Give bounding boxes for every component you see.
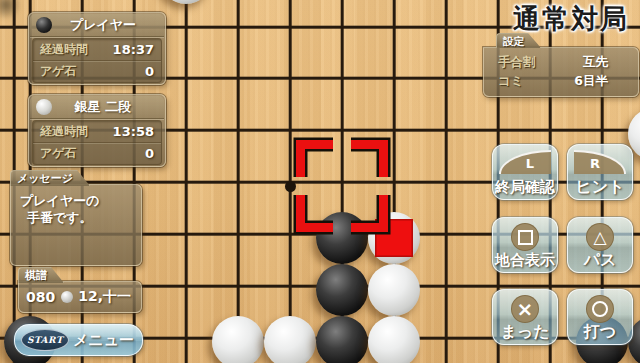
- komi-value: 6目半: [560, 73, 630, 90]
- menu-button-label: メニュー: [69, 331, 142, 350]
- go-stone-white: [368, 316, 420, 363]
- end-game-confirm-label: 終局確認: [495, 179, 555, 195]
- square-button-icon: [511, 223, 539, 251]
- player-panel-white: 銀星 二段 経過時間 13:58 アゲ石 0: [28, 94, 166, 167]
- start-key-icon: START: [21, 329, 69, 351]
- player-panel-header: プレイヤー: [30, 14, 164, 37]
- handicap-row: 手合割 互先: [492, 53, 630, 72]
- territory-display-label: 地合表示: [495, 252, 555, 268]
- white-stone-icon: [36, 99, 52, 115]
- pass-label: パス: [584, 252, 617, 268]
- elapsed-time-label: 経過時間: [40, 123, 88, 140]
- captured-stones-label: アゲ石: [40, 145, 77, 162]
- elapsed-time-value: 13:58: [113, 124, 154, 139]
- captured-stones-value: 0: [145, 146, 154, 161]
- territory-display-button[interactable]: 地合表示: [492, 217, 558, 273]
- R-shoulder-icon: R: [574, 150, 626, 174]
- go-stone-black: [316, 264, 368, 316]
- player-panel-header: 銀星 二段: [30, 96, 164, 119]
- elapsed-time-row: 経過時間 18:37: [33, 39, 161, 60]
- L-shoulder-icon: L: [499, 150, 551, 174]
- pass-button[interactable]: △ パス: [567, 217, 633, 273]
- go-stone-white: [368, 264, 420, 316]
- play-stone-button[interactable]: 打つ: [567, 289, 633, 345]
- play-stone-label: 打つ: [584, 324, 616, 340]
- go-stone-black: [316, 316, 368, 363]
- player-name: 銀星 二段: [56, 98, 164, 116]
- elapsed-time-row: 経過時間 13:58: [33, 121, 161, 142]
- triangle-button-icon: △: [586, 223, 614, 251]
- message-tab: メッセージ: [10, 170, 90, 186]
- kifu-stone-icon: [61, 291, 73, 303]
- komi-row: コミ 6目半: [492, 72, 630, 91]
- captured-stones-row: アゲ石 0: [33, 60, 161, 82]
- kifu-panel: 080 12,十一: [18, 281, 142, 313]
- handicap-value: 互先: [560, 54, 630, 71]
- captured-stones-label: アゲ石: [40, 63, 77, 80]
- mode-title: 通常対局: [503, 1, 639, 37]
- game-screen: プレイヤー 経過時間 18:37 アゲ石 0 銀星 二段 経過時間 13:58 …: [0, 0, 640, 363]
- captured-stones-value: 0: [145, 64, 154, 79]
- cross-button-icon: ×: [511, 295, 539, 323]
- settings-panel: 手合割 互先 コミ 6目半: [483, 47, 639, 97]
- board-cursor: [292, 136, 392, 236]
- handicap-label: 手合割: [492, 54, 560, 71]
- hint-button[interactable]: R ヒント: [567, 144, 633, 200]
- player-panel-black: プレイヤー 経過時間 18:37 アゲ石 0: [28, 12, 166, 85]
- black-stone-icon: [36, 17, 52, 33]
- end-game-confirm-button[interactable]: L 終局確認: [492, 144, 558, 200]
- captured-stones-row: アゲ石 0: [33, 142, 161, 164]
- elapsed-time-value: 18:37: [113, 42, 154, 57]
- message-panel: プレイヤーの 手番です。: [10, 184, 142, 266]
- circle-button-icon: [586, 295, 614, 323]
- undo-button[interactable]: × まった: [492, 289, 558, 345]
- komi-label: コミ: [492, 73, 560, 90]
- message-line: プレイヤーの: [20, 192, 141, 209]
- undo-label: まった: [500, 324, 549, 340]
- elapsed-time-label: 経過時間: [40, 41, 88, 58]
- go-stone-white: [212, 316, 264, 363]
- message-line: 手番です。: [20, 209, 141, 226]
- hint-label: ヒント: [575, 179, 624, 195]
- menu-button[interactable]: START メニュー: [14, 324, 143, 356]
- kifu-move-number: 080: [26, 289, 55, 305]
- kifu-coordinate: 12,十一: [78, 288, 131, 306]
- go-stone-white: [264, 316, 316, 363]
- player-name: プレイヤー: [56, 16, 164, 34]
